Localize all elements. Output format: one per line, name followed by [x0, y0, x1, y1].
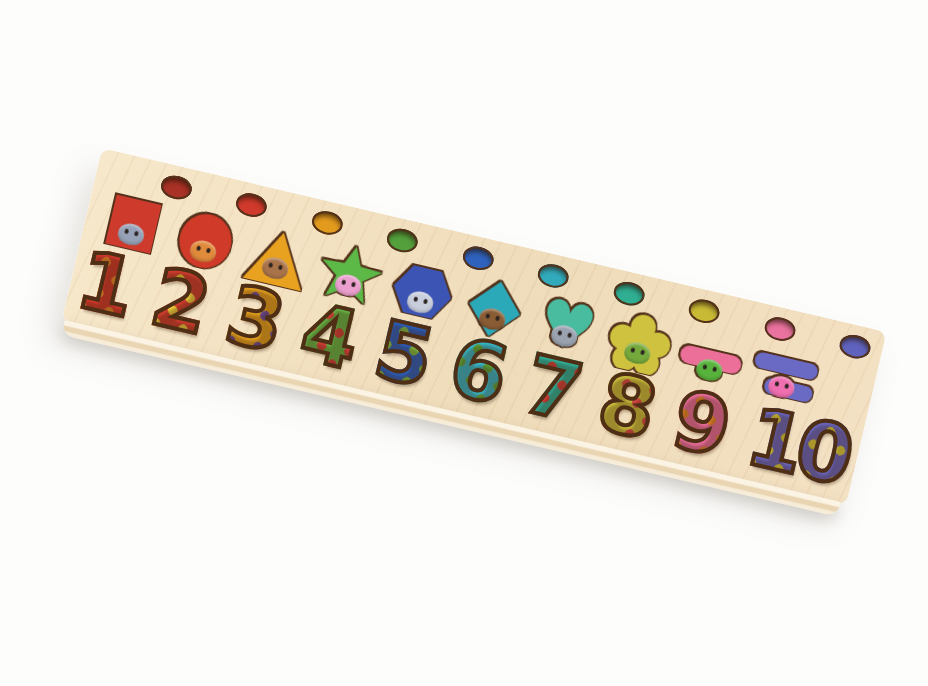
number-6-cutout: 6	[441, 320, 514, 423]
number-1-cutout: 1	[69, 233, 142, 336]
number-pocket-7: 7	[516, 340, 587, 438]
number-pocket-8: 8	[590, 358, 661, 456]
number-4-cutout: 4	[292, 285, 365, 388]
peg-hole-9	[762, 314, 797, 343]
peg-hole-2	[234, 190, 269, 219]
number-pocket-3: 3	[218, 270, 289, 368]
product-photo-scene: ♥ 12345678910	[0, 0, 928, 686]
number-pocket-5: 5	[367, 305, 438, 403]
number-pocket-2: 2	[144, 253, 215, 351]
peg-hole-1	[159, 172, 194, 201]
puzzle-board: ♥ 12345678910	[57, 148, 887, 525]
number-9-cutout: 9	[664, 372, 737, 475]
number-3-cutout: 3	[218, 267, 291, 370]
peg-hole-4	[385, 225, 420, 254]
peg-hole-5	[460, 243, 495, 272]
number-7-cutout: 7	[515, 337, 588, 440]
number-pocket-6: 6	[442, 323, 513, 421]
peg-hole-3	[310, 208, 345, 237]
number-2-cutout: 2	[144, 250, 217, 353]
board-top-surface: ♥ 12345678910	[61, 148, 886, 505]
number-8-cutout: 8	[590, 355, 663, 458]
peg-hole-7	[611, 278, 646, 307]
number-pocket-9: 9	[665, 375, 736, 473]
number-pocket-4: 4	[293, 288, 364, 386]
peg-hole-10	[837, 331, 872, 360]
equals-top-bar	[753, 350, 819, 380]
peg-hole-8	[687, 296, 722, 325]
number-pocket-1: 1	[70, 236, 141, 334]
number-5-cutout: 5	[367, 302, 440, 405]
